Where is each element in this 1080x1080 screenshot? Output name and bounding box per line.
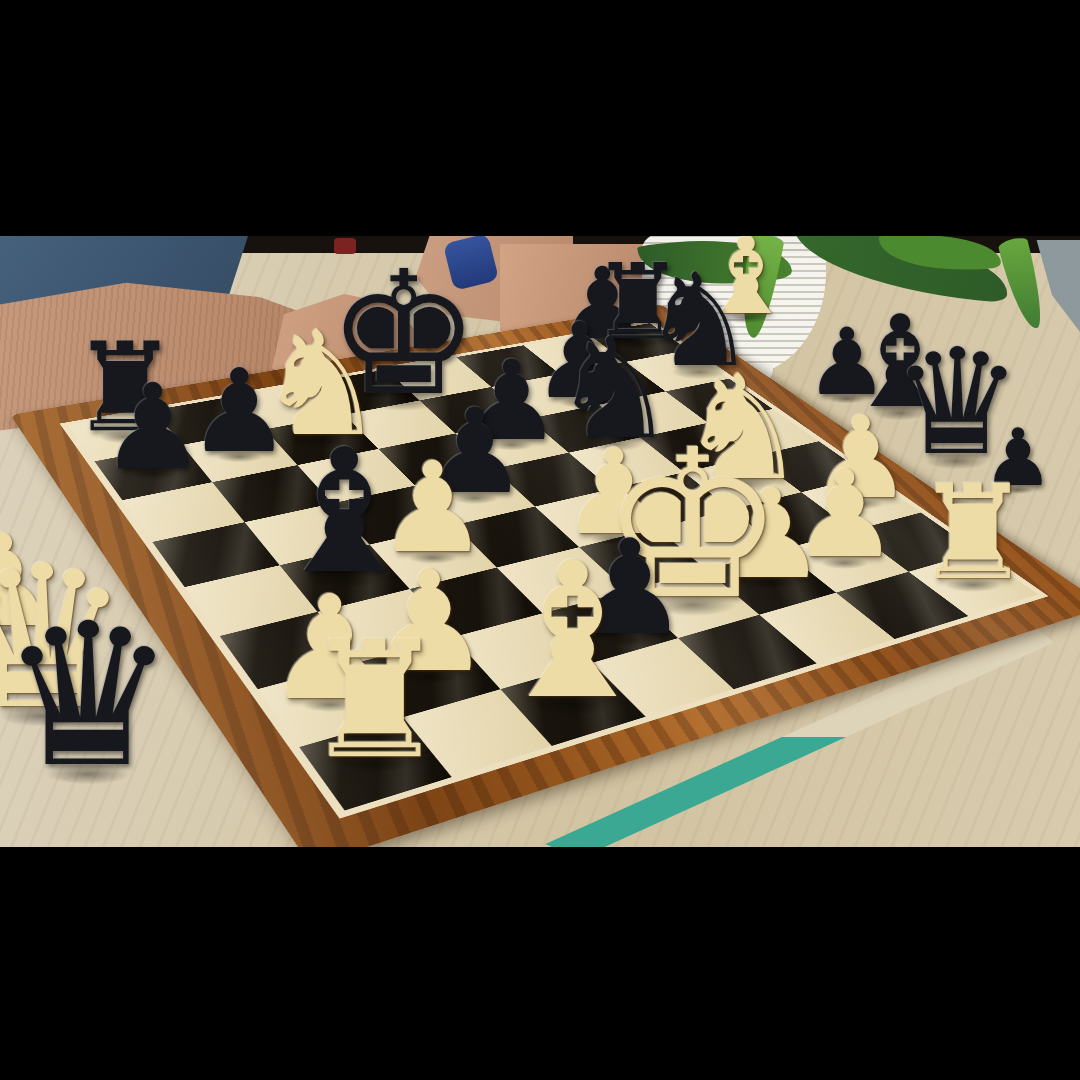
screenshot-stage: ♜♟♟♞♚♟♟♟♜♞♞♟♝♟♟♟♞♟♟♟♚♟♟♜♝♜♟♛♛♝♟♝♛♟ — [0, 0, 1080, 1080]
piece-white-rook-a1[interactable]: ♜ — [303, 620, 448, 782]
letterbox-bottom — [0, 847, 1080, 1080]
letterbox-top — [0, 0, 1080, 236]
offboard-left-black-queen[interactable]: ♛ — [0, 598, 177, 796]
piece-black-pawn-a7[interactable]: ♟ — [100, 368, 206, 486]
piece-white-rook-h1[interactable]: ♜ — [914, 468, 1031, 599]
piece-white-bishop-c1[interactable]: ♝ — [488, 538, 656, 726]
